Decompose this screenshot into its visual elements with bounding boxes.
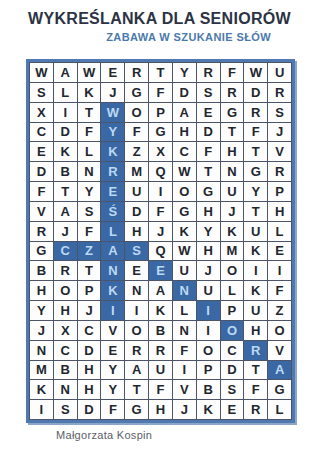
- grid-cell[interactable]: O: [173, 182, 196, 201]
- grid-cell[interactable]: U: [173, 261, 196, 280]
- grid-cell[interactable]: W: [30, 63, 53, 82]
- grid-cell[interactable]: P: [78, 281, 101, 300]
- grid-cell[interactable]: K: [78, 83, 101, 102]
- grid-cell[interactable]: R: [268, 162, 291, 181]
- grid-cell[interactable]: G: [125, 400, 148, 419]
- grid-cell[interactable]: A: [149, 281, 172, 300]
- grid-cell[interactable]: Z: [78, 242, 101, 261]
- grid-cell[interactable]: K: [149, 301, 172, 320]
- grid-cell[interactable]: H: [244, 321, 267, 340]
- grid-cell[interactable]: U: [221, 182, 244, 201]
- grid-cell[interactable]: R: [125, 63, 148, 82]
- grid-cell[interactable]: O: [221, 261, 244, 280]
- grid-cell[interactable]: P: [268, 182, 291, 201]
- grid-cell[interactable]: J: [30, 321, 53, 340]
- grid-cell[interactable]: H: [125, 222, 148, 241]
- grid-cell[interactable]: N: [221, 162, 244, 181]
- grid-cell[interactable]: W: [173, 242, 196, 261]
- grid-cell[interactable]: M: [221, 242, 244, 261]
- grid-cell[interactable]: L: [54, 83, 77, 102]
- grid-cell[interactable]: I: [30, 400, 53, 419]
- grid-cell[interactable]: G: [197, 182, 220, 201]
- grid-cell[interactable]: U: [244, 301, 267, 320]
- grid-cell[interactable]: T: [125, 380, 148, 399]
- grid-cell[interactable]: G: [30, 242, 53, 261]
- grid-cell[interactable]: V: [30, 202, 53, 221]
- grid-cell[interactable]: O: [221, 321, 244, 340]
- grid-cell[interactable]: H: [221, 142, 244, 161]
- grid-cell[interactable]: Y: [101, 361, 124, 380]
- grid-cell[interactable]: H: [30, 281, 53, 300]
- grid-cell[interactable]: R: [30, 222, 53, 241]
- grid-cell[interactable]: F: [149, 380, 172, 399]
- grid-cell[interactable]: F: [268, 281, 291, 300]
- grid-cell[interactable]: L: [101, 222, 124, 241]
- grid-cell[interactable]: J: [149, 222, 172, 241]
- grid-cell[interactable]: J: [173, 400, 196, 419]
- grid-cell[interactable]: G: [125, 83, 148, 102]
- grid-cell[interactable]: G: [244, 162, 267, 181]
- grid-cell[interactable]: S: [78, 202, 101, 221]
- grid-cell[interactable]: D: [54, 123, 77, 142]
- grid-cell[interactable]: H: [149, 400, 172, 419]
- grid-cell[interactable]: L: [268, 400, 291, 419]
- grid-cell[interactable]: W: [101, 103, 124, 122]
- grid-cell[interactable]: U: [149, 361, 172, 380]
- grid-cell[interactable]: V: [173, 380, 196, 399]
- grid-cell[interactable]: L: [221, 281, 244, 300]
- grid-cell[interactable]: U: [268, 63, 291, 82]
- grid-cell[interactable]: G: [268, 380, 291, 399]
- grid-cell[interactable]: K: [197, 400, 220, 419]
- grid-cell[interactable]: H: [173, 123, 196, 142]
- grid-cell[interactable]: I: [197, 321, 220, 340]
- grid-cell[interactable]: Y: [101, 380, 124, 399]
- grid-cell[interactable]: P: [221, 301, 244, 320]
- grid-cell[interactable]: V: [268, 142, 291, 161]
- grid-cell[interactable]: E: [101, 341, 124, 360]
- grid-cell[interactable]: J: [197, 261, 220, 280]
- grid-cell[interactable]: F: [30, 182, 53, 201]
- grid-cell[interactable]: T: [78, 261, 101, 280]
- grid-cell[interactable]: A: [101, 242, 124, 261]
- grid-cell[interactable]: K: [244, 242, 267, 261]
- grid-cell[interactable]: J: [268, 123, 291, 142]
- grid-cell[interactable]: C: [54, 242, 77, 261]
- grid-cell[interactable]: I: [54, 103, 77, 122]
- grid-cell[interactable]: R: [244, 400, 267, 419]
- author-credit: Małgorzata Kospin: [56, 429, 152, 441]
- grid-cell[interactable]: S: [221, 380, 244, 399]
- grid-cell[interactable]: L: [268, 222, 291, 241]
- grid-cell[interactable]: O: [197, 341, 220, 360]
- grid-cell[interactable]: H: [54, 301, 77, 320]
- grid-cell[interactable]: F: [244, 380, 267, 399]
- grid-cell[interactable]: N: [125, 281, 148, 300]
- grid-cell[interactable]: F: [78, 222, 101, 241]
- grid-cell[interactable]: F: [244, 123, 267, 142]
- grid-cell[interactable]: O: [268, 321, 291, 340]
- grid-cell[interactable]: T: [244, 361, 267, 380]
- grid-cell[interactable]: T: [197, 162, 220, 181]
- header: WYKREŚLANKA DLA SENIORÓW ZABAWA W SZUKAN…: [26, 10, 293, 43]
- grid-cell[interactable]: N: [54, 380, 77, 399]
- grid-cell[interactable]: C: [78, 321, 101, 340]
- grid-cell[interactable]: Y: [197, 222, 220, 241]
- grid-cell[interactable]: N: [173, 321, 196, 340]
- grid-cell[interactable]: B: [149, 321, 172, 340]
- grid-cell[interactable]: F: [173, 341, 196, 360]
- grid-cell[interactable]: E: [125, 261, 148, 280]
- grid-cell[interactable]: F: [149, 202, 172, 221]
- grid-cell[interactable]: K: [101, 142, 124, 161]
- grid-cell[interactable]: P: [149, 103, 172, 122]
- grid-cell[interactable]: W: [78, 63, 101, 82]
- grid-cell[interactable]: R: [197, 63, 220, 82]
- grid-cell[interactable]: Y: [101, 123, 124, 142]
- grid-cell[interactable]: J: [78, 301, 101, 320]
- grid-cell[interactable]: K: [54, 142, 77, 161]
- grid-cell[interactable]: E: [197, 103, 220, 122]
- grid-cell[interactable]: D: [78, 341, 101, 360]
- grid-cell[interactable]: I: [149, 182, 172, 201]
- grid-cell[interactable]: I: [244, 261, 267, 280]
- grid-cell[interactable]: F: [221, 63, 244, 82]
- grid-cell[interactable]: V: [101, 321, 124, 340]
- grid-cell[interactable]: A: [173, 103, 196, 122]
- grid-cell[interactable]: N: [101, 261, 124, 280]
- grid-cell[interactable]: S: [268, 103, 291, 122]
- grid-cell[interactable]: Y: [244, 182, 267, 201]
- grid-cell[interactable]: K: [244, 281, 267, 300]
- grid-cell[interactable]: O: [54, 281, 77, 300]
- grid-cell[interactable]: D: [244, 83, 267, 102]
- grid-cell[interactable]: Ś: [101, 202, 124, 221]
- grid-cell[interactable]: H: [78, 380, 101, 399]
- grid-cell[interactable]: R: [268, 83, 291, 102]
- grid-cell[interactable]: K: [221, 222, 244, 241]
- grid-cell[interactable]: R: [244, 341, 267, 360]
- grid-cell[interactable]: D: [197, 123, 220, 142]
- grid-cell[interactable]: I: [197, 301, 220, 320]
- grid-cell[interactable]: T: [244, 202, 267, 221]
- grid-cell[interactable]: C: [221, 341, 244, 360]
- page-subtitle: ZABAWA W SZUKANIE SŁÓW: [26, 31, 293, 43]
- grid-cell[interactable]: A: [268, 361, 291, 380]
- grid-cell[interactable]: F: [78, 123, 101, 142]
- grid-cell[interactable]: S: [30, 83, 53, 102]
- grid-cell[interactable]: R: [149, 341, 172, 360]
- grid-cell[interactable]: C: [30, 123, 53, 142]
- grid-cell[interactable]: D: [221, 361, 244, 380]
- grid-cell[interactable]: G: [173, 202, 196, 221]
- grid-cell[interactable]: R: [54, 261, 77, 280]
- grid-cell[interactable]: F: [197, 142, 220, 161]
- grid-cell[interactable]: I: [101, 301, 124, 320]
- grid-cell[interactable]: N: [30, 341, 53, 360]
- grid-cell[interactable]: E: [149, 261, 172, 280]
- grid-cell[interactable]: T: [244, 142, 267, 161]
- grid-cell[interactable]: R: [101, 162, 124, 181]
- grid-cell[interactable]: X: [30, 103, 53, 122]
- grid-cell[interactable]: F: [101, 400, 124, 419]
- grid-cell[interactable]: H: [197, 242, 220, 261]
- grid-cell[interactable]: G: [221, 103, 244, 122]
- grid-cell[interactable]: K: [30, 380, 53, 399]
- grid-cell[interactable]: S: [125, 242, 148, 261]
- grid-cell[interactable]: F: [125, 123, 148, 142]
- puzzle-page: WYKREŚLANKA DLA SENIORÓW ZABAWA W SZUKAN…: [0, 0, 317, 450]
- grid-cell[interactable]: B: [30, 261, 53, 280]
- grid-cell[interactable]: H: [197, 202, 220, 221]
- grid-cell[interactable]: C: [173, 142, 196, 161]
- word-search-grid: WAWERTYRFWUSLKJGFDSRDRXITWOPAEGRSCDFYFGH…: [26, 59, 295, 423]
- grid-cell[interactable]: A: [54, 202, 77, 221]
- grid-cell[interactable]: W: [244, 63, 267, 82]
- grid-cell[interactable]: J: [221, 202, 244, 221]
- grid-cell[interactable]: E: [30, 142, 53, 161]
- grid-cell[interactable]: Q: [149, 162, 172, 181]
- grid-cell[interactable]: A: [54, 63, 77, 82]
- grid-cell[interactable]: Z: [268, 301, 291, 320]
- grid-cell[interactable]: T: [221, 123, 244, 142]
- grid-cell[interactable]: K: [173, 222, 196, 241]
- grid-cell[interactable]: O: [125, 103, 148, 122]
- grid-cell[interactable]: E: [101, 63, 124, 82]
- grid-cell[interactable]: N: [78, 162, 101, 181]
- grid-cell[interactable]: J: [101, 83, 124, 102]
- grid-cell[interactable]: L: [173, 301, 196, 320]
- grid-cell[interactable]: G: [149, 123, 172, 142]
- grid-cell[interactable]: M: [30, 361, 53, 380]
- grid-cell[interactable]: J: [54, 222, 77, 241]
- grid-cell[interactable]: C: [54, 341, 77, 360]
- grid-cell[interactable]: I: [268, 261, 291, 280]
- grid-cell[interactable]: R: [244, 103, 267, 122]
- grid-cell[interactable]: I: [173, 361, 196, 380]
- grid-cell[interactable]: A: [125, 361, 148, 380]
- grid-cell[interactable]: V: [268, 341, 291, 360]
- grid-cell[interactable]: T: [78, 103, 101, 122]
- grid-cell[interactable]: W: [173, 162, 196, 181]
- grid-cell[interactable]: O: [125, 321, 148, 340]
- grid-cell[interactable]: I: [125, 301, 148, 320]
- grid-cell[interactable]: B: [54, 361, 77, 380]
- grid-cell[interactable]: U: [125, 182, 148, 201]
- grid-cell[interactable]: M: [125, 162, 148, 181]
- grid-cell[interactable]: X: [54, 321, 77, 340]
- grid-cell[interactable]: B: [197, 380, 220, 399]
- grid-cell[interactable]: P: [197, 361, 220, 380]
- grid-cell[interactable]: R: [125, 341, 148, 360]
- grid-cell[interactable]: T: [54, 182, 77, 201]
- grid-cell[interactable]: S: [197, 83, 220, 102]
- grid-cell[interactable]: L: [78, 142, 101, 161]
- grid-cell[interactable]: D: [173, 83, 196, 102]
- grid-cell[interactable]: R: [221, 83, 244, 102]
- grid-cell[interactable]: Z: [125, 142, 148, 161]
- grid-cell[interactable]: H: [268, 202, 291, 221]
- grid-cell[interactable]: D: [78, 400, 101, 419]
- grid-cell[interactable]: E: [221, 400, 244, 419]
- grid-cell[interactable]: N: [173, 281, 196, 300]
- grid-cell[interactable]: T: [149, 63, 172, 82]
- grid-cell[interactable]: U: [244, 222, 267, 241]
- grid-cell[interactable]: E: [101, 182, 124, 201]
- grid-cell[interactable]: Q: [149, 242, 172, 261]
- grid-cell[interactable]: F: [149, 83, 172, 102]
- grid-cell[interactable]: D: [125, 202, 148, 221]
- grid-cell[interactable]: Y: [78, 182, 101, 201]
- grid-cell[interactable]: B: [54, 162, 77, 181]
- page-title: WYKREŚLANKA DLA SENIORÓW: [26, 10, 293, 28]
- grid-cell[interactable]: D: [30, 162, 53, 181]
- grid-cell[interactable]: U: [197, 281, 220, 300]
- grid-cell[interactable]: E: [268, 242, 291, 261]
- grid-cell[interactable]: H: [78, 361, 101, 380]
- grid-cell[interactable]: X: [149, 142, 172, 161]
- grid-cell[interactable]: S: [54, 400, 77, 419]
- grid-cell[interactable]: Y: [173, 63, 196, 82]
- grid-cell[interactable]: K: [101, 281, 124, 300]
- grid-cell[interactable]: Y: [30, 301, 53, 320]
